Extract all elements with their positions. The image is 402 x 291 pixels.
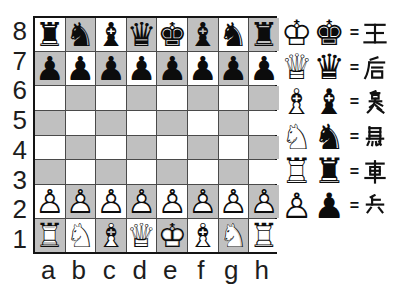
hanzi-king-character <box>363 21 387 45</box>
hanzi-pawn-character <box>363 194 387 218</box>
square-h4 <box>249 136 279 160</box>
file-label: c <box>94 255 125 285</box>
square-b8: ♞ <box>66 18 96 51</box>
white-pawn: ♟♙ <box>66 185 96 218</box>
square-h5 <box>249 111 279 135</box>
square-h6 <box>249 86 279 110</box>
legend-black-rook-piece: ♜ <box>313 154 344 189</box>
white-pawn: ♟♙ <box>219 185 249 218</box>
square-h1: ♜♖ <box>249 219 279 252</box>
black-rook: ♜ <box>249 18 279 51</box>
square-g2: ♟♙ <box>219 185 249 218</box>
square-d5 <box>127 111 157 135</box>
file-label: f <box>186 255 217 285</box>
square-f3 <box>188 160 218 184</box>
square-h7: ♟ <box>249 52 279 85</box>
black-king: ♚ <box>157 18 187 51</box>
square-c3 <box>96 160 126 184</box>
rank-labels: 87654321 <box>2 16 30 254</box>
file-label: g <box>216 255 247 285</box>
equals-sign: = <box>350 60 359 76</box>
square-h2: ♟♙ <box>249 185 279 218</box>
square-d6 <box>127 86 157 110</box>
black-queen: ♛ <box>127 18 157 51</box>
black-pawn: ♟ <box>35 52 65 85</box>
chess-board: ♜♞♝♛♚♝♞♜♟♟♟♟♟♟♟♟♟♙♟♙♟♙♟♙♟♙♟♙♟♙♟♙♜♖♞♘♝♗♛♕… <box>33 16 277 254</box>
white-queen: ♛♕ <box>127 219 157 252</box>
equals-sign: = <box>350 164 359 180</box>
hanzi-bishop-character <box>363 90 387 114</box>
white-pawn: ♟♙ <box>35 185 65 218</box>
square-b1: ♞♘ <box>66 219 96 252</box>
rank-label: 1 <box>2 224 30 254</box>
square-e5 <box>157 111 187 135</box>
black-bishop: ♝ <box>188 18 218 51</box>
file-label: h <box>247 255 278 285</box>
square-a2: ♟♙ <box>35 185 65 218</box>
legend-row-bishop: ♝♗♝= <box>281 85 399 120</box>
white-pawn: ♟♙ <box>96 185 126 218</box>
hanzi-queen-character <box>363 56 387 80</box>
square-c4 <box>96 136 126 160</box>
square-d3 <box>127 160 157 184</box>
equals-sign: = <box>350 198 359 214</box>
black-pawn: ♟ <box>127 52 157 85</box>
black-pawn: ♟ <box>249 52 279 85</box>
rank-label: 7 <box>2 46 30 76</box>
square-e8: ♚ <box>157 18 187 51</box>
white-knight: ♞♘ <box>219 219 249 252</box>
square-b5 <box>66 111 96 135</box>
black-pawn: ♟ <box>66 52 96 85</box>
legend-white-pawn-piece: ♟♙ <box>281 189 312 224</box>
square-f5 <box>188 111 218 135</box>
square-a5 <box>35 111 65 135</box>
square-a8: ♜ <box>35 18 65 51</box>
legend-white-knight-piece: ♞♘ <box>281 120 312 155</box>
square-g1: ♞♘ <box>219 219 249 252</box>
square-b3 <box>66 160 96 184</box>
chess-diagram: 87654321 ♜♞♝♛♚♝♞♜♟♟♟♟♟♟♟♟♟♙♟♙♟♙♟♙♟♙♟♙♟♙♟… <box>0 0 402 291</box>
square-d4 <box>127 136 157 160</box>
rank-label: 2 <box>2 195 30 225</box>
square-d2: ♟♙ <box>127 185 157 218</box>
black-knight: ♞ <box>219 18 249 51</box>
square-e3 <box>157 160 187 184</box>
black-bishop: ♝ <box>96 18 126 51</box>
square-c1: ♝♗ <box>96 219 126 252</box>
hanzi-knight-character <box>363 125 387 149</box>
legend-row-knight: ♞♘♞= <box>281 120 399 155</box>
legend-black-knight-piece: ♞ <box>313 120 344 155</box>
square-a6 <box>35 86 65 110</box>
square-c8: ♝ <box>96 18 126 51</box>
square-e6 <box>157 86 187 110</box>
black-pawn: ♟ <box>96 52 126 85</box>
square-b4 <box>66 136 96 160</box>
square-d7: ♟ <box>127 52 157 85</box>
square-c6 <box>96 86 126 110</box>
white-rook: ♜♖ <box>35 219 65 252</box>
square-f8: ♝ <box>188 18 218 51</box>
square-c7: ♟ <box>96 52 126 85</box>
black-pawn: ♟ <box>219 52 249 85</box>
square-c2: ♟♙ <box>96 185 126 218</box>
legend-black-king-piece: ♚ <box>313 16 344 51</box>
white-pawn: ♟♙ <box>188 185 218 218</box>
file-labels: abcdefgh <box>33 255 277 285</box>
hanzi-rook-character <box>363 160 387 184</box>
white-rook: ♜♖ <box>249 219 279 252</box>
legend-white-rook-piece: ♜♖ <box>281 154 312 189</box>
square-a3 <box>35 160 65 184</box>
square-g3 <box>219 160 249 184</box>
square-f6 <box>188 86 218 110</box>
square-d8: ♛ <box>127 18 157 51</box>
equals-sign: = <box>350 94 359 110</box>
square-b6 <box>66 86 96 110</box>
rank-label: 8 <box>2 16 30 46</box>
square-f4 <box>188 136 218 160</box>
rank-label: 4 <box>2 135 30 165</box>
square-e2: ♟♙ <box>157 185 187 218</box>
legend-row-king: ♚♔♚= <box>281 16 399 51</box>
square-g5 <box>219 111 249 135</box>
square-g8: ♞ <box>219 18 249 51</box>
square-e7: ♟ <box>157 52 187 85</box>
legend: ♚♔♚=♛♕♛=♝♗♝=♞♘♞=♜♖♜=♟♙♟= <box>281 16 399 224</box>
square-b2: ♟♙ <box>66 185 96 218</box>
square-f1: ♝♗ <box>188 219 218 252</box>
legend-white-bishop-piece: ♝♗ <box>281 85 312 120</box>
square-b7: ♟ <box>66 52 96 85</box>
square-g4 <box>219 136 249 160</box>
square-f2: ♟♙ <box>188 185 218 218</box>
square-h3 <box>249 160 279 184</box>
legend-black-pawn-piece: ♟ <box>313 189 344 224</box>
square-g6 <box>219 86 249 110</box>
legend-row-queen: ♛♕♛= <box>281 51 399 86</box>
square-a1: ♜♖ <box>35 219 65 252</box>
square-e1: ♚♔ <box>157 219 187 252</box>
rank-label: 5 <box>2 105 30 135</box>
rank-label: 6 <box>2 76 30 106</box>
square-d1: ♛♕ <box>127 219 157 252</box>
equals-sign: = <box>350 129 359 145</box>
legend-black-bishop-piece: ♝ <box>313 85 344 120</box>
square-h8: ♜ <box>249 18 279 51</box>
black-knight: ♞ <box>66 18 96 51</box>
white-pawn: ♟♙ <box>157 185 187 218</box>
white-bishop: ♝♗ <box>96 219 126 252</box>
black-pawn: ♟ <box>157 52 187 85</box>
file-label: d <box>125 255 156 285</box>
file-label: e <box>155 255 186 285</box>
black-pawn: ♟ <box>188 52 218 85</box>
white-pawn: ♟♙ <box>127 185 157 218</box>
rank-label: 3 <box>2 165 30 195</box>
square-g7: ♟ <box>219 52 249 85</box>
legend-black-queen-piece: ♛ <box>313 50 344 85</box>
square-c5 <box>96 111 126 135</box>
square-a4 <box>35 136 65 160</box>
legend-row-pawn: ♟♙♟= <box>281 189 399 224</box>
square-e4 <box>157 136 187 160</box>
file-label: b <box>64 255 95 285</box>
white-knight: ♞♘ <box>66 219 96 252</box>
white-king: ♚♔ <box>157 219 187 252</box>
file-label: a <box>33 255 64 285</box>
legend-row-rook: ♜♖♜= <box>281 154 399 189</box>
square-a7: ♟ <box>35 52 65 85</box>
black-rook: ♜ <box>35 18 65 51</box>
legend-white-king-piece: ♚♔ <box>281 16 312 51</box>
square-f7: ♟ <box>188 52 218 85</box>
white-pawn: ♟♙ <box>249 185 279 218</box>
equals-sign: = <box>350 25 359 41</box>
legend-white-queen-piece: ♛♕ <box>281 50 312 85</box>
white-bishop: ♝♗ <box>188 219 218 252</box>
